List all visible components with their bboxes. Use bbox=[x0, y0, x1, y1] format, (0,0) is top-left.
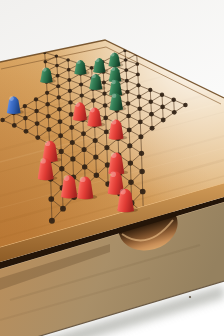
board-scene bbox=[0, 0, 224, 336]
photo-frame bbox=[0, 0, 224, 336]
wood-knot bbox=[189, 296, 191, 298]
